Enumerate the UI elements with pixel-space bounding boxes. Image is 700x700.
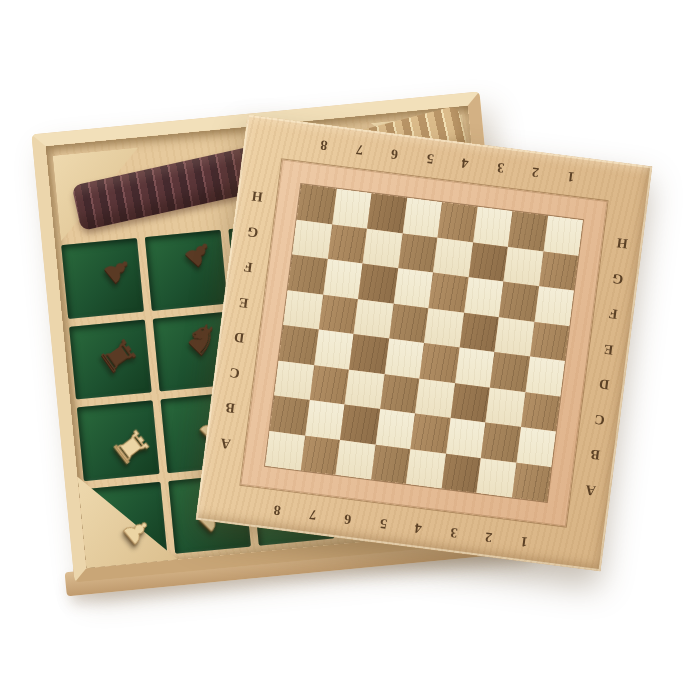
board-square [438,202,478,242]
board-square [340,404,380,444]
stored-dark-pawn: ♟ [98,250,138,290]
board-square [503,246,543,286]
board-square [415,378,455,418]
board-square [530,321,570,361]
board-square [398,233,438,273]
board-square [309,365,349,405]
stored-dark-rook: ♜ [93,331,144,381]
coordinate-label: 1 [504,519,544,563]
coordinate-label: 8 [257,488,297,532]
board-field [265,184,583,502]
coordinate-label: G [231,211,275,251]
board-square [446,418,486,458]
coordinate-label: B [208,388,252,428]
coordinate-label: 8 [304,123,344,167]
board-square [481,422,521,462]
board-square [410,413,450,453]
board-square [367,193,407,233]
coordinate-label: F [226,247,270,287]
board-square [363,228,403,268]
board-square [375,409,415,449]
board-square [393,268,433,308]
board-square [274,360,314,400]
stored-dark-pawn: ♟ [179,233,219,273]
coordinate-label: H [600,223,644,263]
board-square [455,348,495,388]
coordinate-label: 6 [328,497,368,541]
board-square [323,259,363,299]
board-square [419,343,459,383]
board-square [521,392,561,432]
coordinate-label: C [578,399,622,439]
board-square [433,237,473,277]
board-square [305,400,345,440]
board-square [464,277,504,317]
coordinate-label: H [235,176,279,216]
coordinate-label: 5 [410,136,450,180]
board-square [490,352,530,392]
board-square [283,290,323,330]
stored-light-rook: ♜ [105,422,156,472]
product-photo-scene: ♟♟♟♜♞♝♜♟♟♟ 87654321 87654321 HGFEDCBA HG… [0,0,700,700]
board-square [508,211,548,251]
board-square [345,369,385,409]
board-square [300,435,340,475]
board-square [512,462,552,502]
board-square [450,383,490,423]
board-square [543,216,583,256]
board-square [516,427,556,467]
coordinate-label: 6 [374,132,414,176]
coordinate-label: A [204,423,248,463]
board-square [389,303,429,343]
coordinate-label: B [573,434,617,474]
chess-board: 87654321 87654321 HGFEDCBA HGFEDCBA [196,115,653,572]
board-square [468,242,508,282]
coordinate-label: E [587,329,631,369]
coordinate-label: 3 [433,510,473,554]
board-square [265,431,305,471]
board-square [292,219,332,259]
board-square [406,449,446,489]
coordinate-label: 3 [480,145,520,189]
coordinate-label: F [591,293,635,333]
coordinate-label: D [217,317,261,357]
coordinate-label: 4 [445,141,485,185]
board-square [525,357,565,397]
board-square [459,312,499,352]
board-square [473,207,513,247]
board-square [441,453,481,493]
board-square [332,189,372,229]
coordinate-label: 2 [515,150,555,194]
board-square [318,294,358,334]
board-square [476,458,516,498]
board-square [336,440,376,480]
board-square [499,282,539,322]
coordinate-label: 2 [469,515,509,559]
board-square [534,286,574,326]
board-square [485,387,525,427]
board-square [424,308,464,348]
board-square [371,444,411,484]
board-square [314,329,354,369]
coordinate-label: 7 [292,492,332,536]
coordinate-label: 4 [398,506,438,550]
board-square [327,224,367,264]
board-square [402,198,442,238]
board-square [429,273,469,313]
board-square [358,264,398,304]
board-square [349,334,389,374]
coordinate-label: G [596,258,640,298]
coordinate-label: E [222,282,266,322]
coordinate-label: C [213,352,257,392]
coordinate-label: 1 [550,154,590,198]
board-square [297,184,337,224]
coordinate-label: A [569,469,613,509]
board-square [380,374,420,414]
board-square [354,299,394,339]
board-square [384,338,424,378]
coordinate-label: 5 [363,501,403,545]
coordinate-label: 7 [339,127,379,171]
board-square [270,395,310,435]
board-square [279,325,319,365]
coordinate-label: D [582,364,626,404]
stored-light-pawn: ♟ [117,511,157,551]
board-square [288,255,328,295]
board-square [539,251,579,291]
board-square [494,317,534,357]
